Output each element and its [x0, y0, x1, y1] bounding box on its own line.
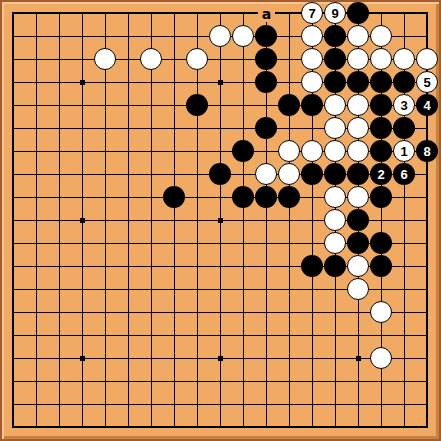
- black-stone: [347, 232, 369, 254]
- white-stone: 3: [393, 94, 415, 116]
- white-stone: [301, 71, 323, 93]
- black-stone: [301, 94, 323, 116]
- move-number: 5: [423, 76, 430, 89]
- black-stone: 2: [370, 163, 392, 185]
- grid-line-horizontal: [12, 381, 428, 382]
- black-stone: [370, 94, 392, 116]
- star-point: [356, 356, 361, 361]
- white-stone: [301, 48, 323, 70]
- white-stone: [255, 163, 277, 185]
- white-stone: [347, 278, 369, 300]
- white-stone: 7: [301, 2, 323, 24]
- move-number: 8: [423, 145, 430, 158]
- black-stone: [347, 163, 369, 185]
- white-stone: [301, 140, 323, 162]
- black-stone: [370, 117, 392, 139]
- white-stone: 1: [393, 140, 415, 162]
- star-point: [218, 218, 223, 223]
- white-stone: [347, 255, 369, 277]
- move-number: 3: [400, 99, 407, 112]
- white-stone: [370, 25, 392, 47]
- star-point: [80, 80, 85, 85]
- white-stone: [347, 94, 369, 116]
- white-stone: [347, 117, 369, 139]
- white-stone: [324, 232, 346, 254]
- white-stone: [393, 48, 415, 70]
- go-board-grid: 795341826a: [0, 0, 441, 441]
- white-stone: [278, 140, 300, 162]
- black-stone: 4: [416, 94, 438, 116]
- white-stone: [370, 347, 392, 369]
- black-stone: [324, 163, 346, 185]
- black-stone: [347, 2, 369, 24]
- white-stone: [324, 209, 346, 231]
- white-stone: [94, 48, 116, 70]
- black-stone: [347, 209, 369, 231]
- black-stone: [278, 186, 300, 208]
- white-stone: [209, 25, 231, 47]
- white-stone: [347, 48, 369, 70]
- white-stone: [186, 48, 208, 70]
- star-point: [218, 356, 223, 361]
- move-number: 9: [331, 7, 338, 20]
- star-point: [80, 218, 85, 223]
- grid-line-horizontal: [12, 312, 428, 313]
- black-stone: [324, 25, 346, 47]
- black-stone: [232, 186, 254, 208]
- grid-line-horizontal: [12, 335, 428, 336]
- white-stone: [347, 186, 369, 208]
- white-stone: [347, 25, 369, 47]
- white-stone: [370, 48, 392, 70]
- black-stone: [232, 140, 254, 162]
- grid-line-horizontal: [12, 404, 428, 405]
- white-stone: 5: [416, 71, 438, 93]
- grid-line-vertical: [289, 12, 290, 428]
- black-stone: [370, 186, 392, 208]
- grid-line-horizontal: [12, 426, 428, 428]
- white-stone: [324, 186, 346, 208]
- black-stone: [324, 48, 346, 70]
- black-stone: [324, 71, 346, 93]
- black-stone: [278, 94, 300, 116]
- move-number: 6: [400, 168, 407, 181]
- white-stone: [324, 140, 346, 162]
- star-point: [80, 356, 85, 361]
- black-stone: [186, 94, 208, 116]
- black-stone: [255, 117, 277, 139]
- move-number: 7: [308, 7, 315, 20]
- white-stone: 9: [324, 2, 346, 24]
- black-stone: [393, 71, 415, 93]
- black-stone: [370, 232, 392, 254]
- move-number: 4: [423, 99, 430, 112]
- black-stone: [301, 255, 323, 277]
- white-stone: [370, 301, 392, 323]
- white-stone: [324, 94, 346, 116]
- white-stone: [232, 25, 254, 47]
- black-stone: [324, 255, 346, 277]
- black-stone: [301, 163, 323, 185]
- black-stone: [255, 48, 277, 70]
- black-stone: [209, 163, 231, 185]
- black-stone: [370, 255, 392, 277]
- black-stone: 8: [416, 140, 438, 162]
- white-stone: [301, 25, 323, 47]
- black-stone: [393, 117, 415, 139]
- black-stone: [370, 140, 392, 162]
- black-stone: [255, 186, 277, 208]
- move-number: 1: [400, 145, 407, 158]
- black-stone: [255, 71, 277, 93]
- white-stone: [347, 140, 369, 162]
- go-board: 795341826a: [0, 0, 441, 441]
- black-stone: [255, 25, 277, 47]
- white-stone: [416, 48, 438, 70]
- white-stone: [140, 48, 162, 70]
- white-stone: [278, 163, 300, 185]
- move-number: 2: [377, 168, 384, 181]
- label-a: a: [258, 5, 275, 22]
- black-stone: 6: [393, 163, 415, 185]
- black-stone: [163, 186, 185, 208]
- black-stone: [347, 71, 369, 93]
- star-point: [218, 80, 223, 85]
- grid-line-vertical: [243, 12, 244, 428]
- black-stone: [370, 71, 392, 93]
- white-stone: [324, 117, 346, 139]
